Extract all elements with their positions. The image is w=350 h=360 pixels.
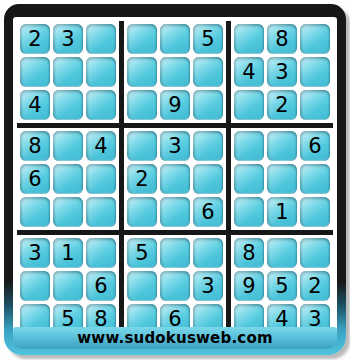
cell-r7c2[interactable]: 1	[53, 238, 83, 268]
cell-r4c1[interactable]: 8	[20, 131, 50, 161]
cell-r4c3[interactable]: 4	[86, 131, 116, 161]
cell-digit: 6	[308, 136, 321, 157]
cell-r6c2[interactable]	[53, 197, 83, 227]
cell-digit: 5	[61, 309, 74, 330]
cell-r8c1[interactable]	[20, 271, 50, 301]
cell-r1c4[interactable]	[127, 24, 157, 54]
cell-digit: 1	[275, 202, 288, 223]
cell-r6c7[interactable]	[234, 197, 264, 227]
site-url: www.sudokusweb.com	[77, 329, 272, 347]
cell-r3c7[interactable]	[234, 90, 264, 120]
cell-r7c9[interactable]	[300, 238, 330, 268]
cell-digit: 6	[168, 309, 181, 330]
cell-r8c5[interactable]	[160, 271, 190, 301]
cell-r4c9[interactable]: 6	[300, 131, 330, 161]
cell-r5c6[interactable]	[193, 164, 223, 194]
cell-r1c7[interactable]	[234, 24, 264, 54]
cell-digit: 5	[135, 243, 148, 264]
cell-r3c5[interactable]: 9	[160, 90, 190, 120]
cell-r8c7[interactable]: 9	[234, 271, 264, 301]
cell-r1c6[interactable]: 5	[193, 24, 223, 54]
cell-r1c8[interactable]: 8	[267, 24, 297, 54]
cell-r7c8[interactable]	[267, 238, 297, 268]
cell-r8c9[interactable]: 2	[300, 271, 330, 301]
cell-digit: 3	[168, 136, 181, 157]
cell-r6c4[interactable]	[127, 197, 157, 227]
sudoku-board-frame: 2345984328463266131658536895243 www.sudo…	[4, 4, 346, 355]
cell-digit: 6	[201, 202, 214, 223]
cell-r7c7[interactable]: 8	[234, 238, 264, 268]
cell-r1c5[interactable]	[160, 24, 190, 54]
cell-r7c4[interactable]: 5	[127, 238, 157, 268]
cell-digit: 8	[275, 29, 288, 50]
cell-r7c1[interactable]: 3	[20, 238, 50, 268]
cell-digit: 3	[201, 276, 214, 297]
block-1-3: 8432	[231, 21, 333, 123]
cell-r3c9[interactable]	[300, 90, 330, 120]
cell-digit: 4	[242, 62, 255, 83]
cell-r2c9[interactable]	[300, 57, 330, 87]
cell-r6c6[interactable]: 6	[193, 197, 223, 227]
cell-r6c3[interactable]	[86, 197, 116, 227]
cell-digit: 9	[242, 276, 255, 297]
block-2-2: 326	[124, 128, 226, 230]
cell-digit: 4	[94, 136, 107, 157]
cell-digit: 4	[28, 95, 41, 116]
cell-r1c2[interactable]: 3	[53, 24, 83, 54]
block-2-3: 61	[231, 128, 333, 230]
cell-r8c4[interactable]	[127, 271, 157, 301]
cell-r6c1[interactable]	[20, 197, 50, 227]
cell-r5c4[interactable]: 2	[127, 164, 157, 194]
block-1-1: 234	[17, 21, 119, 123]
block-3-2: 536	[124, 235, 226, 337]
cell-r5c9[interactable]	[300, 164, 330, 194]
cell-r2c6[interactable]	[193, 57, 223, 87]
cell-r2c2[interactable]	[53, 57, 83, 87]
cell-r2c5[interactable]	[160, 57, 190, 87]
sudoku-page: 2345984328463266131658536895243 www.sudo…	[0, 0, 350, 360]
cell-r5c7[interactable]	[234, 164, 264, 194]
cell-digit: 2	[308, 276, 321, 297]
cell-r8c2[interactable]	[53, 271, 83, 301]
cell-digit: 2	[28, 29, 41, 50]
cell-r2c7[interactable]: 4	[234, 57, 264, 87]
cell-r1c3[interactable]	[86, 24, 116, 54]
cell-r8c3[interactable]: 6	[86, 271, 116, 301]
cell-r6c9[interactable]	[300, 197, 330, 227]
cell-digit: 3	[308, 309, 321, 330]
cell-r5c3[interactable]	[86, 164, 116, 194]
cell-r4c2[interactable]	[53, 131, 83, 161]
cell-r7c5[interactable]	[160, 238, 190, 268]
cell-r6c8[interactable]: 1	[267, 197, 297, 227]
block-3-3: 895243	[231, 235, 333, 337]
cell-r7c3[interactable]	[86, 238, 116, 268]
cell-r4c4[interactable]	[127, 131, 157, 161]
block-2-1: 846	[17, 128, 119, 230]
cell-r8c6[interactable]: 3	[193, 271, 223, 301]
cell-digit: 3	[275, 62, 288, 83]
cell-digit: 6	[94, 276, 107, 297]
cell-r4c6[interactable]	[193, 131, 223, 161]
cell-r5c2[interactable]	[53, 164, 83, 194]
cell-r2c4[interactable]	[127, 57, 157, 87]
cell-r3c1[interactable]: 4	[20, 90, 50, 120]
cell-r3c6[interactable]	[193, 90, 223, 120]
cell-digit: 2	[135, 169, 148, 190]
cell-r2c3[interactable]	[86, 57, 116, 87]
cell-r5c5[interactable]	[160, 164, 190, 194]
cell-digit: 4	[275, 309, 288, 330]
cell-r2c8[interactable]: 3	[267, 57, 297, 87]
cell-digit: 5	[275, 276, 288, 297]
cell-r1c1[interactable]: 2	[20, 24, 50, 54]
block-1-2: 59	[124, 21, 226, 123]
cell-r7c6[interactable]	[193, 238, 223, 268]
cell-r3c3[interactable]	[86, 90, 116, 120]
block-3-1: 31658	[17, 235, 119, 337]
cell-digit: 8	[28, 136, 41, 157]
cell-r3c4[interactable]	[127, 90, 157, 120]
cell-digit: 6	[28, 169, 41, 190]
board-panel: 2345984328463266131658536895243	[13, 17, 337, 341]
cell-digit: 5	[201, 29, 214, 50]
cell-digit: 2	[275, 95, 288, 116]
cell-r6c5[interactable]	[160, 197, 190, 227]
cell-digit: 8	[94, 309, 107, 330]
cell-digit: 1	[61, 243, 74, 264]
cell-r4c7[interactable]	[234, 131, 264, 161]
cell-digit: 9	[168, 95, 181, 116]
cell-digit: 8	[242, 243, 255, 264]
cell-r5c8[interactable]	[267, 164, 297, 194]
cell-r3c2[interactable]	[53, 90, 83, 120]
cell-r4c8[interactable]	[267, 131, 297, 161]
cell-digit: 3	[61, 29, 74, 50]
cell-r1c9[interactable]	[300, 24, 330, 54]
sudoku-grid: 2345984328463266131658536895243	[17, 21, 333, 337]
cell-r8c8[interactable]: 5	[267, 271, 297, 301]
cell-digit: 3	[28, 243, 41, 264]
cell-r4c5[interactable]: 3	[160, 131, 190, 161]
cell-r2c1[interactable]	[20, 57, 50, 87]
cell-r5c1[interactable]: 6	[20, 164, 50, 194]
cell-r3c8[interactable]: 2	[267, 90, 297, 120]
